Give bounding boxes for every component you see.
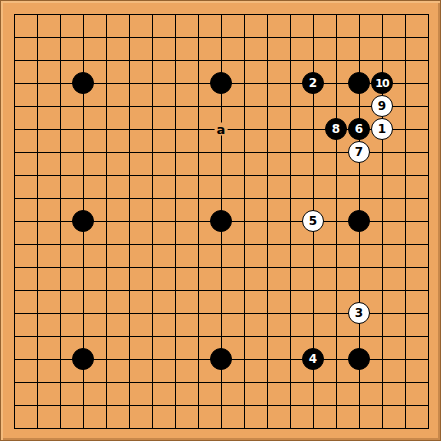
white-stone-move-9-R15: 9 xyxy=(371,95,393,117)
white-stone-move-7-Q13: 7 xyxy=(348,141,370,163)
black-stone-D10 xyxy=(72,210,94,232)
white-stone-move-5-O10: 5 xyxy=(302,210,324,232)
black-stone-Q16 xyxy=(348,72,370,94)
black-stone-K16 xyxy=(210,72,232,94)
black-stone-D16 xyxy=(72,72,94,94)
go-board: 21098617534a xyxy=(0,0,441,441)
black-stone-K4 xyxy=(210,348,232,370)
black-stone-move-2-O16: 2 xyxy=(302,72,324,94)
black-stone-move-10-R16: 10 xyxy=(371,72,393,94)
black-stone-move-6-Q14: 6 xyxy=(348,118,370,140)
white-stone-move-1-R14: 1 xyxy=(371,118,393,140)
black-stone-move-8-P14: 8 xyxy=(325,118,347,140)
point-label-a-K14: a xyxy=(215,123,228,136)
black-stone-move-4-O4: 4 xyxy=(302,348,324,370)
black-stone-D4 xyxy=(72,348,94,370)
black-stone-Q4 xyxy=(348,348,370,370)
black-stone-K10 xyxy=(210,210,232,232)
white-stone-move-3-Q6: 3 xyxy=(348,302,370,324)
black-stone-Q10 xyxy=(348,210,370,232)
